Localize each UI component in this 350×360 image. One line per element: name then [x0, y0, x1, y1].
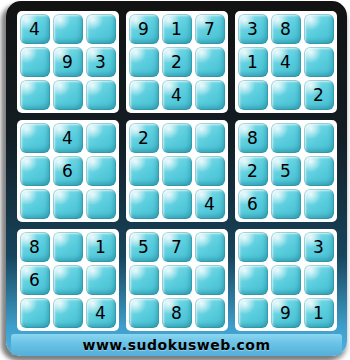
cell-r1c7-given[interactable]: 3 — [238, 14, 268, 44]
cell-r1c8-given[interactable]: 8 — [271, 14, 301, 44]
site-url-link[interactable]: www.sudokusweb.com — [82, 337, 270, 353]
cell-r5c8-given[interactable]: 5 — [271, 156, 301, 186]
cell-r2c5-given[interactable]: 2 — [162, 47, 192, 77]
footer-strip: www.sudokusweb.com — [11, 334, 342, 355]
cell-r8c3-empty[interactable] — [86, 265, 116, 295]
cell-r6c5-empty[interactable] — [162, 189, 192, 219]
cell-r7c7-empty[interactable] — [238, 232, 268, 262]
cell-r6c9-empty[interactable] — [304, 189, 334, 219]
cell-r8c4-empty[interactable] — [129, 265, 159, 295]
cell-r1c3-empty[interactable] — [86, 14, 116, 44]
cell-r9c4-empty[interactable] — [129, 298, 159, 328]
sudoku-box-5: 24 — [126, 120, 228, 222]
cell-r2c8-given[interactable]: 4 — [271, 47, 301, 77]
cell-r9c8-given[interactable]: 9 — [271, 298, 301, 328]
sudoku-board: 4939172438142462482568164578391 www.sudo… — [6, 1, 347, 356]
cell-r6c8-empty[interactable] — [271, 189, 301, 219]
cell-r3c6-empty[interactable] — [195, 80, 225, 110]
cell-r3c5-given[interactable]: 4 — [162, 80, 192, 110]
cell-r9c1-empty[interactable] — [20, 298, 50, 328]
cell-r4c6-empty[interactable] — [195, 123, 225, 153]
sudoku-grid: 4939172438142462482568164578391 — [17, 11, 337, 331]
cell-r2c3-given[interactable]: 3 — [86, 47, 116, 77]
cell-r5c2-given[interactable]: 6 — [53, 156, 83, 186]
sudoku-box-3: 38142 — [235, 11, 337, 113]
cell-r4c8-empty[interactable] — [271, 123, 301, 153]
cell-r8c2-empty[interactable] — [53, 265, 83, 295]
cell-r2c7-given[interactable]: 1 — [238, 47, 268, 77]
cell-r1c1-given[interactable]: 4 — [20, 14, 50, 44]
cell-r8c7-empty[interactable] — [238, 265, 268, 295]
cell-r8c9-empty[interactable] — [304, 265, 334, 295]
cell-r5c7-given[interactable]: 2 — [238, 156, 268, 186]
cell-r4c5-empty[interactable] — [162, 123, 192, 153]
cell-r4c1-empty[interactable] — [20, 123, 50, 153]
sudoku-box-2: 91724 — [126, 11, 228, 113]
cell-r7c1-given[interactable]: 8 — [20, 232, 50, 262]
cell-r1c2-empty[interactable] — [53, 14, 83, 44]
cell-r6c1-empty[interactable] — [20, 189, 50, 219]
sudoku-box-8: 578 — [126, 229, 228, 331]
cell-r3c1-empty[interactable] — [20, 80, 50, 110]
cell-r5c5-empty[interactable] — [162, 156, 192, 186]
cell-r7c3-given[interactable]: 1 — [86, 232, 116, 262]
cell-r2c2-given[interactable]: 9 — [53, 47, 83, 77]
sudoku-box-6: 8256 — [235, 120, 337, 222]
cell-r3c2-empty[interactable] — [53, 80, 83, 110]
cell-r6c3-empty[interactable] — [86, 189, 116, 219]
cell-r9c2-empty[interactable] — [53, 298, 83, 328]
cell-r7c9-given[interactable]: 3 — [304, 232, 334, 262]
cell-r6c4-empty[interactable] — [129, 189, 159, 219]
cell-r9c5-given[interactable]: 8 — [162, 298, 192, 328]
cell-r6c7-given[interactable]: 6 — [238, 189, 268, 219]
cell-r7c4-given[interactable]: 5 — [129, 232, 159, 262]
cell-r1c6-given[interactable]: 7 — [195, 14, 225, 44]
cell-r2c6-empty[interactable] — [195, 47, 225, 77]
cell-r6c2-empty[interactable] — [53, 189, 83, 219]
cell-r4c2-given[interactable]: 4 — [53, 123, 83, 153]
cell-r8c5-empty[interactable] — [162, 265, 192, 295]
cell-r5c3-empty[interactable] — [86, 156, 116, 186]
sudoku-box-4: 46 — [17, 120, 119, 222]
cell-r5c4-empty[interactable] — [129, 156, 159, 186]
cell-r2c1-empty[interactable] — [20, 47, 50, 77]
cell-r3c4-empty[interactable] — [129, 80, 159, 110]
cell-r3c9-given[interactable]: 2 — [304, 80, 334, 110]
cell-r9c7-empty[interactable] — [238, 298, 268, 328]
cell-r6c6-given[interactable]: 4 — [195, 189, 225, 219]
sudoku-box-7: 8164 — [17, 229, 119, 331]
cell-r4c4-given[interactable]: 2 — [129, 123, 159, 153]
cell-r1c9-empty[interactable] — [304, 14, 334, 44]
cell-r5c9-empty[interactable] — [304, 156, 334, 186]
cell-r9c9-given[interactable]: 1 — [304, 298, 334, 328]
cell-r3c7-empty[interactable] — [238, 80, 268, 110]
cell-r1c4-given[interactable]: 9 — [129, 14, 159, 44]
cell-r4c3-empty[interactable] — [86, 123, 116, 153]
cell-r1c5-given[interactable]: 1 — [162, 14, 192, 44]
cell-r2c4-empty[interactable] — [129, 47, 159, 77]
cell-r9c3-given[interactable]: 4 — [86, 298, 116, 328]
sudoku-box-1: 493 — [17, 11, 119, 113]
cell-r8c1-given[interactable]: 6 — [20, 265, 50, 295]
cell-r3c8-empty[interactable] — [271, 80, 301, 110]
cell-r9c6-empty[interactable] — [195, 298, 225, 328]
cell-r7c6-empty[interactable] — [195, 232, 225, 262]
cell-r7c8-empty[interactable] — [271, 232, 301, 262]
cell-r8c8-empty[interactable] — [271, 265, 301, 295]
cell-r4c7-given[interactable]: 8 — [238, 123, 268, 153]
cell-r7c5-given[interactable]: 7 — [162, 232, 192, 262]
cell-r8c6-empty[interactable] — [195, 265, 225, 295]
cell-r4c9-empty[interactable] — [304, 123, 334, 153]
cell-r3c3-empty[interactable] — [86, 80, 116, 110]
page: 4939172438142462482568164578391 www.sudo… — [0, 0, 350, 360]
cell-r5c1-empty[interactable] — [20, 156, 50, 186]
sudoku-box-9: 391 — [235, 229, 337, 331]
cell-r7c2-empty[interactable] — [53, 232, 83, 262]
cell-r2c9-empty[interactable] — [304, 47, 334, 77]
cell-r5c6-empty[interactable] — [195, 156, 225, 186]
